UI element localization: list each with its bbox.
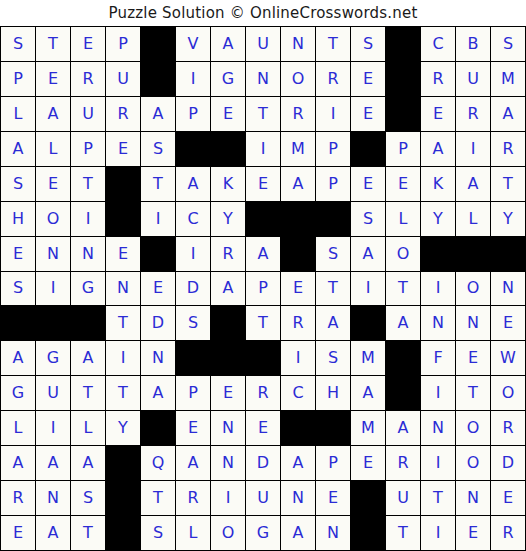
letter-cell: O [386, 237, 421, 272]
letter-cell: S [351, 202, 386, 237]
letter-cell: S [491, 27, 526, 62]
letter-cell: E [246, 167, 281, 202]
letter-cell: C [421, 27, 456, 62]
block-cell [141, 27, 176, 62]
letter-cell: O [211, 516, 246, 551]
letter-cell: T [106, 376, 141, 411]
letter-cell: E [421, 97, 456, 132]
letter-cell: O [281, 62, 316, 97]
letter-cell: T [246, 306, 281, 341]
letter-cell: T [71, 167, 106, 202]
letter-cell: R [421, 62, 456, 97]
letter-cell: P [246, 272, 281, 307]
letter-cell: M [491, 62, 526, 97]
block-cell [106, 516, 141, 551]
letter-cell: T [71, 376, 106, 411]
block-cell [106, 167, 141, 202]
block-cell [176, 341, 211, 376]
letter-cell: P [386, 132, 421, 167]
letter-cell: I [36, 411, 71, 446]
letter-cell: T [246, 97, 281, 132]
letter-cell: A [141, 376, 176, 411]
block-cell [351, 516, 386, 551]
puzzle-solution-page: Puzzle Solution © OnlineCrosswords.net S… [0, 0, 526, 551]
block-cell [106, 202, 141, 237]
letter-cell: E [351, 446, 386, 481]
letter-cell: I [351, 272, 386, 307]
letter-cell: E [1, 516, 36, 551]
letter-cell: N [421, 306, 456, 341]
title-bar: Puzzle Solution © OnlineCrosswords.net [0, 0, 526, 26]
letter-cell: E [71, 27, 106, 62]
letter-cell: R [71, 62, 106, 97]
letter-cell: T [106, 306, 141, 341]
letter-cell: G [36, 341, 71, 376]
letter-cell: I [316, 97, 351, 132]
letter-cell: Y [211, 202, 246, 237]
letter-cell: N [211, 446, 246, 481]
letter-cell: E [491, 481, 526, 516]
letter-cell: A [1, 446, 36, 481]
letter-cell: N [491, 272, 526, 307]
letter-cell: P [106, 27, 141, 62]
letter-cell: T [386, 516, 421, 551]
letter-cell: S [316, 237, 351, 272]
letter-cell: P [1, 62, 36, 97]
letter-cell: N [106, 272, 141, 307]
block-cell [141, 62, 176, 97]
letter-cell: K [421, 167, 456, 202]
letter-cell: N [456, 306, 491, 341]
letter-cell: I [211, 481, 246, 516]
letter-cell: A [456, 167, 491, 202]
letter-cell: T [36, 27, 71, 62]
letter-cell: N [281, 27, 316, 62]
letter-cell: A [281, 516, 316, 551]
letter-cell: G [1, 376, 36, 411]
block-cell [386, 97, 421, 132]
letter-cell: T [316, 272, 351, 307]
letter-cell: G [246, 516, 281, 551]
block-cell [36, 306, 71, 341]
letter-cell: G [211, 62, 246, 97]
crossword-grid: STEPVAUNTSCBSPERUIGNORERUMLAURAPETRIEERA… [0, 26, 526, 551]
letter-cell: T [71, 516, 106, 551]
letter-cell: E [36, 167, 71, 202]
letter-cell: U [71, 97, 106, 132]
block-cell [316, 202, 351, 237]
letter-cell: L [456, 202, 491, 237]
letter-cell: P [176, 97, 211, 132]
block-cell [281, 202, 316, 237]
letter-cell: S [176, 306, 211, 341]
letter-cell: S [1, 167, 36, 202]
letter-cell: A [141, 97, 176, 132]
letter-cell: M [281, 132, 316, 167]
letter-cell: Y [421, 202, 456, 237]
block-cell [386, 27, 421, 62]
letter-cell: E [351, 167, 386, 202]
block-cell [456, 237, 491, 272]
block-cell [421, 237, 456, 272]
letter-cell: M [351, 341, 386, 376]
block-cell [1, 306, 36, 341]
letter-cell: A [316, 306, 351, 341]
block-cell [211, 341, 246, 376]
letter-cell: F [421, 341, 456, 376]
letter-cell: A [36, 446, 71, 481]
letter-cell: L [1, 411, 36, 446]
letter-cell: S [316, 341, 351, 376]
letter-cell: A [281, 446, 316, 481]
letter-cell: R [211, 237, 246, 272]
letter-cell: S [141, 132, 176, 167]
letter-cell: A [1, 132, 36, 167]
letter-cell: E [351, 62, 386, 97]
letter-cell: I [176, 237, 211, 272]
letter-cell: N [141, 341, 176, 376]
letter-cell: Y [491, 202, 526, 237]
letter-cell: N [316, 516, 351, 551]
letter-cell: E [106, 132, 141, 167]
letter-cell: U [386, 481, 421, 516]
letter-cell: A [36, 97, 71, 132]
block-cell [281, 411, 316, 446]
letter-cell: H [1, 202, 36, 237]
letter-cell: R [316, 62, 351, 97]
letter-cell: N [246, 62, 281, 97]
letter-cell: I [71, 202, 106, 237]
letter-cell: R [491, 411, 526, 446]
block-cell [246, 202, 281, 237]
page-title: Puzzle Solution © OnlineCrosswords.net [108, 4, 417, 22]
block-cell [351, 132, 386, 167]
letter-cell: U [106, 62, 141, 97]
letter-cell: A [281, 167, 316, 202]
letter-cell: H [316, 376, 351, 411]
letter-cell: U [456, 62, 491, 97]
letter-cell: D [246, 446, 281, 481]
block-cell [281, 237, 316, 272]
letter-cell: A [211, 27, 246, 62]
letter-cell: I [176, 62, 211, 97]
letter-cell: M [351, 411, 386, 446]
letter-cell: R [106, 97, 141, 132]
letter-cell: D [176, 272, 211, 307]
letter-cell: P [71, 132, 106, 167]
letter-cell: R [491, 516, 526, 551]
letter-cell: I [421, 376, 456, 411]
letter-cell: A [71, 341, 106, 376]
letter-cell: S [351, 27, 386, 62]
letter-cell: L [71, 411, 106, 446]
letter-cell: N [281, 481, 316, 516]
letter-cell: A [351, 237, 386, 272]
letter-cell: A [176, 446, 211, 481]
letter-cell: U [246, 481, 281, 516]
block-cell [106, 446, 141, 481]
letter-cell: S [141, 516, 176, 551]
letter-cell: A [386, 411, 421, 446]
letter-cell: G [71, 272, 106, 307]
letter-cell: R [491, 132, 526, 167]
letter-cell: U [36, 376, 71, 411]
letter-cell: R [176, 481, 211, 516]
letter-cell: N [211, 411, 246, 446]
letter-cell: E [176, 411, 211, 446]
letter-cell: R [281, 97, 316, 132]
letter-cell: R [246, 376, 281, 411]
letter-cell: P [316, 167, 351, 202]
letter-cell: O [456, 272, 491, 307]
letter-cell: A [36, 516, 71, 551]
letter-cell: I [106, 341, 141, 376]
letter-cell: I [421, 272, 456, 307]
letter-cell: C [281, 376, 316, 411]
letter-cell: E [316, 481, 351, 516]
block-cell [386, 62, 421, 97]
letter-cell: A [176, 167, 211, 202]
letter-cell: U [246, 27, 281, 62]
letter-cell: P [316, 132, 351, 167]
letter-cell: S [1, 27, 36, 62]
letter-cell: R [386, 446, 421, 481]
letter-cell: E [386, 167, 421, 202]
block-cell [316, 411, 351, 446]
letter-cell: A [351, 376, 386, 411]
letter-cell: A [71, 446, 106, 481]
letter-cell: C [176, 202, 211, 237]
letter-cell: N [36, 481, 71, 516]
block-cell [211, 132, 246, 167]
letter-cell: P [176, 376, 211, 411]
letter-cell: E [456, 516, 491, 551]
letter-cell: E [456, 341, 491, 376]
letter-cell: O [36, 202, 71, 237]
letter-cell: I [246, 132, 281, 167]
block-cell [246, 341, 281, 376]
letter-cell: E [36, 62, 71, 97]
letter-cell: N [36, 237, 71, 272]
letter-cell: I [281, 341, 316, 376]
letter-cell: O [491, 376, 526, 411]
letter-cell: A [386, 306, 421, 341]
letter-cell: L [176, 516, 211, 551]
letter-cell: O [456, 411, 491, 446]
letter-cell: B [456, 27, 491, 62]
block-cell [141, 237, 176, 272]
letter-cell: O [456, 446, 491, 481]
letter-cell: W [491, 341, 526, 376]
letter-cell: T [491, 167, 526, 202]
letter-cell: E [1, 237, 36, 272]
letter-cell: E [106, 237, 141, 272]
letter-cell: R [456, 97, 491, 132]
block-cell [386, 376, 421, 411]
block-cell [351, 306, 386, 341]
letter-cell: T [316, 27, 351, 62]
letter-cell: I [421, 446, 456, 481]
letter-cell: K [211, 167, 246, 202]
letter-cell: I [36, 272, 71, 307]
letter-cell: I [141, 202, 176, 237]
letter-cell: R [281, 306, 316, 341]
block-cell [141, 411, 176, 446]
letter-cell: E [351, 97, 386, 132]
letter-cell: N [421, 411, 456, 446]
block-cell [491, 237, 526, 272]
letter-cell: E [211, 376, 246, 411]
letter-cell: V [176, 27, 211, 62]
letter-cell: S [1, 272, 36, 307]
letter-cell: L [386, 202, 421, 237]
letter-cell: Q [141, 446, 176, 481]
letter-cell: L [1, 97, 36, 132]
letter-cell: T [141, 481, 176, 516]
letter-cell: E [246, 411, 281, 446]
letter-cell: T [456, 376, 491, 411]
letter-cell: E [281, 272, 316, 307]
block-cell [211, 306, 246, 341]
block-cell [106, 481, 141, 516]
letter-cell: A [421, 132, 456, 167]
letter-cell: T [141, 167, 176, 202]
letter-cell: A [491, 97, 526, 132]
letter-cell: P [316, 446, 351, 481]
block-cell [386, 341, 421, 376]
letter-cell: T [421, 481, 456, 516]
letter-cell: S [71, 481, 106, 516]
letter-cell: I [456, 132, 491, 167]
letter-cell: L [36, 132, 71, 167]
block-cell [71, 306, 106, 341]
letter-cell: A [211, 272, 246, 307]
letter-cell: N [71, 237, 106, 272]
letter-cell: A [1, 341, 36, 376]
letter-cell: N [456, 481, 491, 516]
letter-cell: E [211, 97, 246, 132]
letter-cell: A [246, 237, 281, 272]
letter-cell: E [141, 272, 176, 307]
block-cell [351, 481, 386, 516]
letter-cell: E [491, 306, 526, 341]
letter-cell: I [421, 516, 456, 551]
letter-cell: D [491, 446, 526, 481]
letter-cell: D [141, 306, 176, 341]
block-cell [176, 132, 211, 167]
letter-cell: R [1, 481, 36, 516]
letter-cell: Y [106, 411, 141, 446]
letter-cell: T [386, 272, 421, 307]
